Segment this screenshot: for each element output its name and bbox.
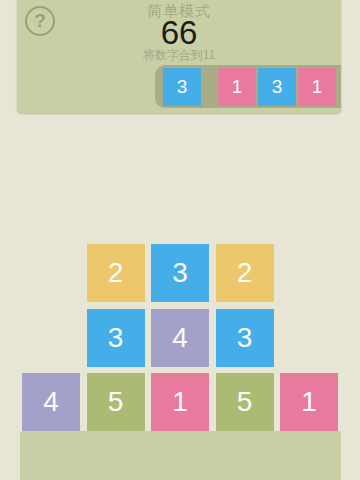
- queue-tile: 3: [163, 68, 201, 106]
- board-tile[interactable]: 3: [151, 244, 209, 302]
- board-tile[interactable]: 5: [216, 373, 274, 431]
- board-tile[interactable]: 5: [87, 373, 145, 431]
- board-tile[interactable]: 1: [151, 373, 209, 431]
- board-tile[interactable]: 3: [87, 309, 145, 367]
- footer-bar: [20, 431, 341, 480]
- board-tile[interactable]: 4: [22, 373, 80, 431]
- board-tile[interactable]: 2: [87, 244, 145, 302]
- queue-tile: 1: [298, 68, 336, 106]
- board-tile[interactable]: 3: [216, 309, 274, 367]
- header-panel: ? 简单模式 66 将数字合到11 3131: [17, 0, 341, 113]
- instruction-text: 将数字合到11: [17, 47, 341, 64]
- board-tile[interactable]: 1: [280, 373, 338, 431]
- board-tile[interactable]: 2: [216, 244, 274, 302]
- game-screen: ? 简单模式 66 将数字合到11 3131 23234345151: [0, 0, 360, 480]
- next-tiles-tray: 3131: [155, 65, 341, 108]
- queue-tile: 3: [258, 68, 296, 106]
- game-board: 23234345151: [22, 244, 338, 431]
- queue-tile: 1: [218, 68, 256, 106]
- board-tile[interactable]: 4: [151, 309, 209, 367]
